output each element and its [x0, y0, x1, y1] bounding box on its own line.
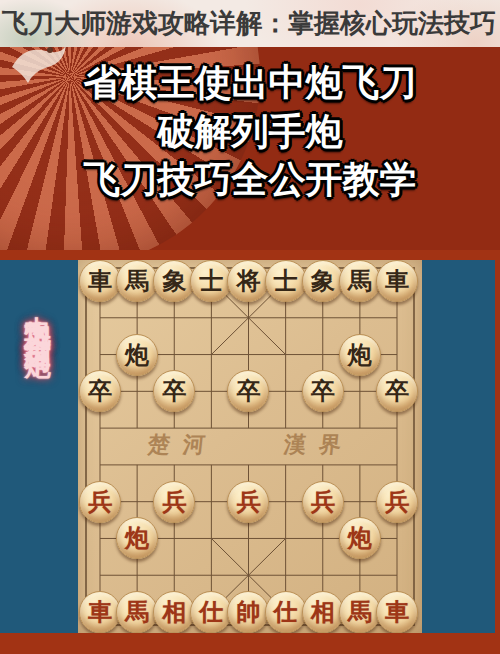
piece-red-r6c8[interactable]: 兵: [376, 481, 418, 523]
piece-red-r9c7[interactable]: 馬: [339, 591, 381, 633]
page: 飞刀大师游戏攻略详解：掌握核心玩法技巧 省棋王使出中炮飞刀 破解列手炮 飞刀技巧…: [0, 0, 500, 654]
piece-red-r9c2[interactable]: 相: [153, 591, 195, 633]
xiangqi-board[interactable]: 楚河 漢界 車馬象士将士象馬車炮炮卒卒卒卒卒兵兵兵兵兵炮炮車馬相仕帥仕相馬車: [78, 260, 422, 633]
page-title: 飞刀大师游戏攻略详解：掌握核心玩法技巧: [2, 6, 496, 41]
frame-right-strip: [495, 250, 500, 633]
promo-banner: 省棋王使出中炮飞刀 破解列手炮 飞刀技巧全公开教学: [0, 47, 500, 250]
piece-red-r9c3[interactable]: 仕: [190, 591, 232, 633]
banner-line-2: 破解列手炮: [0, 113, 500, 150]
piece-red-r9c6[interactable]: 相: [302, 591, 344, 633]
piece-black-r3c4[interactable]: 卒: [227, 370, 269, 412]
piece-red-r6c0[interactable]: 兵: [79, 481, 121, 523]
piece-red-r6c6[interactable]: 兵: [302, 481, 344, 523]
page-title-bar: 飞刀大师游戏攻略详解：掌握核心玩法技巧: [0, 0, 500, 47]
piece-black-r0c4[interactable]: 将: [227, 260, 269, 302]
banner-line-1: 省棋王使出中炮飞刀: [0, 64, 500, 101]
piece-red-r7c7[interactable]: 炮: [339, 517, 381, 559]
pieces-grid: 車馬象士将士象馬車炮炮卒卒卒卒卒兵兵兵兵兵炮炮車馬相仕帥仕相馬車: [81, 263, 415, 631]
piece-black-r3c6[interactable]: 卒: [302, 370, 344, 412]
piece-black-r0c2[interactable]: 象: [153, 260, 195, 302]
piece-black-r0c1[interactable]: 馬: [116, 260, 158, 302]
piece-black-r2c1[interactable]: 炮: [116, 334, 158, 376]
piece-red-r7c1[interactable]: 炮: [116, 517, 158, 559]
frame-top-strip: [0, 250, 500, 260]
piece-black-r0c0[interactable]: 車: [79, 260, 121, 302]
piece-black-r0c5[interactable]: 士: [265, 260, 307, 302]
piece-black-r0c7[interactable]: 馬: [339, 260, 381, 302]
frame-bottom-strip: [0, 633, 500, 654]
sidebar-vertical-caption: 中炮飞刀打击打列手炮: [12, 296, 64, 336]
piece-black-r0c8[interactable]: 車: [376, 260, 418, 302]
piece-red-r6c4[interactable]: 兵: [227, 481, 269, 523]
board-section: 中炮飞刀打击打列手炮 楚河 漢界 車馬象士将士象馬車炮炮卒卒卒卒卒兵兵兵兵兵炮炮…: [0, 250, 500, 654]
piece-black-r3c2[interactable]: 卒: [153, 370, 195, 412]
piece-black-r3c0[interactable]: 卒: [79, 370, 121, 412]
piece-red-r9c8[interactable]: 車: [376, 591, 418, 633]
piece-black-r0c6[interactable]: 象: [302, 260, 344, 302]
piece-black-r2c7[interactable]: 炮: [339, 334, 381, 376]
piece-red-r9c1[interactable]: 馬: [116, 591, 158, 633]
piece-black-r3c8[interactable]: 卒: [376, 370, 418, 412]
banner-line-3: 飞刀技巧全公开教学: [0, 161, 500, 198]
piece-red-r6c2[interactable]: 兵: [153, 481, 195, 523]
piece-red-r9c5[interactable]: 仕: [265, 591, 307, 633]
piece-red-r9c0[interactable]: 車: [79, 591, 121, 633]
piece-black-r0c3[interactable]: 士: [190, 260, 232, 302]
piece-red-r9c4[interactable]: 帥: [227, 591, 269, 633]
